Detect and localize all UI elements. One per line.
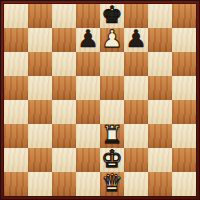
square-g5[interactable] xyxy=(148,76,172,100)
square-h3[interactable] xyxy=(172,124,196,148)
square-f4[interactable] xyxy=(124,100,148,124)
black-king[interactable]: ♚ xyxy=(101,3,123,27)
square-h1[interactable] xyxy=(172,172,196,196)
white-rook[interactable]: ♜ xyxy=(101,123,123,147)
square-c8[interactable] xyxy=(52,4,76,28)
white-king[interactable]: ♚ xyxy=(101,147,123,171)
square-a4[interactable] xyxy=(4,100,28,124)
square-e7[interactable]: ♟ xyxy=(100,28,124,52)
square-c2[interactable] xyxy=(52,148,76,172)
square-a7[interactable] xyxy=(4,28,28,52)
square-d5[interactable] xyxy=(76,76,100,100)
square-c5[interactable] xyxy=(52,76,76,100)
board-frame: ♚♟♟♟♜♚♛ xyxy=(0,0,200,200)
square-f2[interactable] xyxy=(124,148,148,172)
square-f7[interactable]: ♟ xyxy=(124,28,148,52)
square-b1[interactable] xyxy=(28,172,52,196)
square-c3[interactable] xyxy=(52,124,76,148)
square-b8[interactable] xyxy=(28,4,52,28)
square-b3[interactable] xyxy=(28,124,52,148)
square-d2[interactable] xyxy=(76,148,100,172)
black-pawn[interactable]: ♟ xyxy=(77,27,99,51)
square-g7[interactable] xyxy=(148,28,172,52)
square-c1[interactable] xyxy=(52,172,76,196)
square-a3[interactable] xyxy=(4,124,28,148)
square-g1[interactable] xyxy=(148,172,172,196)
square-b6[interactable] xyxy=(28,52,52,76)
square-c4[interactable] xyxy=(52,100,76,124)
square-b4[interactable] xyxy=(28,100,52,124)
square-h8[interactable] xyxy=(172,4,196,28)
square-g2[interactable] xyxy=(148,148,172,172)
square-h7[interactable] xyxy=(172,28,196,52)
square-a2[interactable] xyxy=(4,148,28,172)
black-pawn[interactable]: ♟ xyxy=(125,27,147,51)
square-g4[interactable] xyxy=(148,100,172,124)
square-a1[interactable] xyxy=(4,172,28,196)
square-f5[interactable] xyxy=(124,76,148,100)
square-h2[interactable] xyxy=(172,148,196,172)
square-d1[interactable] xyxy=(76,172,100,196)
square-f1[interactable] xyxy=(124,172,148,196)
square-c6[interactable] xyxy=(52,52,76,76)
square-g3[interactable] xyxy=(148,124,172,148)
square-c7[interactable] xyxy=(52,28,76,52)
square-b5[interactable] xyxy=(28,76,52,100)
square-a6[interactable] xyxy=(4,52,28,76)
square-e1[interactable]: ♛ xyxy=(100,172,124,196)
square-d4[interactable] xyxy=(76,100,100,124)
square-a8[interactable] xyxy=(4,4,28,28)
square-h5[interactable] xyxy=(172,76,196,100)
square-g8[interactable] xyxy=(148,4,172,28)
square-f3[interactable] xyxy=(124,124,148,148)
white-queen[interactable]: ♛ xyxy=(101,171,123,195)
square-a5[interactable] xyxy=(4,76,28,100)
square-f6[interactable] xyxy=(124,52,148,76)
square-e5[interactable] xyxy=(100,76,124,100)
square-b7[interactable] xyxy=(28,28,52,52)
square-d6[interactable] xyxy=(76,52,100,76)
chess-board: ♚♟♟♟♜♚♛ xyxy=(4,4,196,196)
square-d3[interactable] xyxy=(76,124,100,148)
square-g6[interactable] xyxy=(148,52,172,76)
square-h6[interactable] xyxy=(172,52,196,76)
square-h4[interactable] xyxy=(172,100,196,124)
white-pawn[interactable]: ♟ xyxy=(101,27,123,51)
square-b2[interactable] xyxy=(28,148,52,172)
square-d7[interactable]: ♟ xyxy=(76,28,100,52)
square-e6[interactable] xyxy=(100,52,124,76)
